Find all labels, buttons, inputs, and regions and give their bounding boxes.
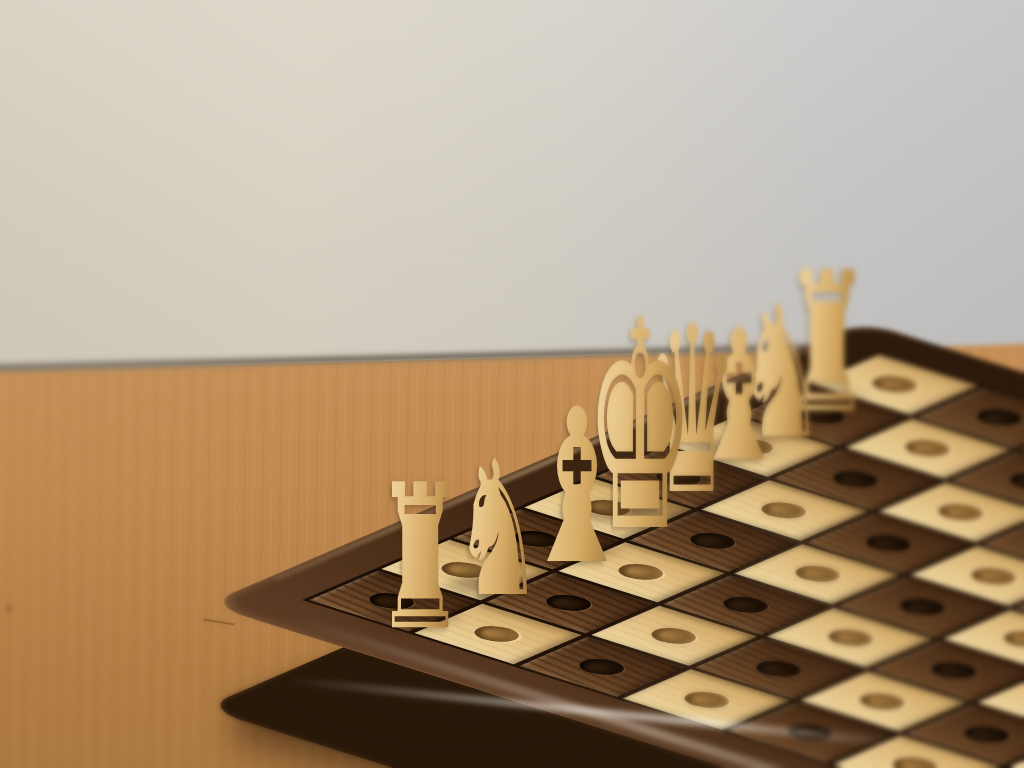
peg-hole xyxy=(963,565,1024,587)
peg-hole xyxy=(852,691,913,713)
peg-hole xyxy=(885,754,946,768)
peg-hole xyxy=(891,596,952,618)
photo-scene: ♜♞♝♚♛♝♞♜ xyxy=(0,0,1024,768)
peg-hole xyxy=(748,658,809,680)
peg-hole xyxy=(754,499,815,521)
peg-hole xyxy=(571,656,632,678)
peg-hole xyxy=(676,689,737,711)
peg-hole xyxy=(1002,470,1024,492)
peg-hole xyxy=(715,594,776,616)
peg-hole xyxy=(819,627,880,649)
peg-hole xyxy=(786,563,847,585)
table-speck xyxy=(7,605,11,612)
peg-hole xyxy=(897,437,958,459)
peg-hole xyxy=(858,532,919,554)
peg-hole xyxy=(957,723,1018,745)
peg-hole xyxy=(930,501,991,523)
peg-hole xyxy=(643,625,704,647)
peg-hole xyxy=(825,468,886,490)
white-knight-g1[interactable]: ♞ xyxy=(453,436,544,623)
peg-hole xyxy=(864,374,925,396)
peg-hole xyxy=(969,406,1024,428)
peg-hole xyxy=(996,629,1024,651)
white-rook-h1[interactable]: ♜ xyxy=(375,458,465,658)
peg-hole xyxy=(924,660,985,682)
